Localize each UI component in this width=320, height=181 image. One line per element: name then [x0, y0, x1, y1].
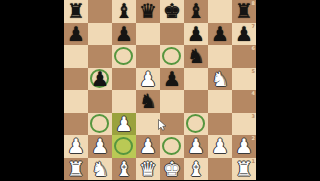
- white-knight-g5[interactable]: ♞: [211, 68, 229, 91]
- white-pawn-d5[interactable]: ♟: [139, 68, 157, 91]
- black-pawn-f7[interactable]: ♟: [187, 23, 205, 46]
- chess-board[interactable]: ♜♝♛♚♝♜8♟♟♟♟♟7♞6♟♟♟♞5♞4♟3♟♟♟♟♟♟2♜♞♝♛♚♝♜1: [64, 0, 256, 180]
- white-pawn-f2[interactable]: ♟: [187, 135, 205, 158]
- square-g1[interactable]: [208, 158, 232, 181]
- square-a1[interactable]: ♜: [64, 158, 88, 181]
- square-e1[interactable]: ♚: [160, 158, 184, 181]
- square-h7[interactable]: ♟7: [232, 23, 256, 46]
- square-b1[interactable]: ♞: [88, 158, 112, 181]
- move-ring-f3: [186, 114, 205, 133]
- black-pawn-c7[interactable]: ♟: [115, 23, 133, 46]
- rank-label-4: 4: [252, 90, 255, 96]
- white-pawn-c3[interactable]: ♟: [115, 113, 133, 136]
- move-ring-c2: [114, 137, 133, 156]
- square-b8[interactable]: [88, 0, 112, 23]
- move-ring-e2: [162, 137, 181, 156]
- square-d2[interactable]: ♟: [136, 135, 160, 158]
- black-knight-f6[interactable]: ♞: [187, 45, 205, 68]
- square-d5[interactable]: ♟: [136, 68, 160, 91]
- white-king-e1[interactable]: ♚: [163, 158, 181, 181]
- square-h5[interactable]: 5: [232, 68, 256, 91]
- square-e8[interactable]: ♚: [160, 0, 184, 23]
- square-c6[interactable]: [112, 45, 136, 68]
- square-f1[interactable]: ♝: [184, 158, 208, 181]
- white-pawn-h2[interactable]: ♟: [235, 135, 253, 158]
- square-g6[interactable]: [208, 45, 232, 68]
- black-pawn-b5[interactable]: ♟: [91, 68, 109, 91]
- white-pawn-b2[interactable]: ♟: [91, 135, 109, 158]
- white-rook-a1[interactable]: ♜: [67, 158, 85, 181]
- black-pawn-g7[interactable]: ♟: [211, 23, 229, 46]
- square-c4[interactable]: [112, 90, 136, 113]
- rank-label-7: 7: [252, 23, 255, 29]
- square-g4[interactable]: [208, 90, 232, 113]
- square-d8[interactable]: ♛: [136, 0, 160, 23]
- square-d3[interactable]: [136, 113, 160, 136]
- move-ring-c6: [114, 47, 133, 66]
- square-c5[interactable]: [112, 68, 136, 91]
- black-bishop-c8[interactable]: ♝: [115, 0, 133, 23]
- square-d6[interactable]: [136, 45, 160, 68]
- black-queen-d8[interactable]: ♛: [139, 0, 157, 23]
- square-b3[interactable]: [88, 113, 112, 136]
- square-g3[interactable]: [208, 113, 232, 136]
- square-h2[interactable]: ♟2: [232, 135, 256, 158]
- white-pawn-g2[interactable]: ♟: [211, 135, 229, 158]
- white-queen-d1[interactable]: ♛: [139, 158, 157, 181]
- rank-label-1: 1: [252, 158, 255, 164]
- black-pawn-e5[interactable]: ♟: [163, 68, 181, 91]
- rank-label-5: 5: [252, 68, 255, 74]
- white-bishop-f1[interactable]: ♝: [187, 158, 205, 181]
- rank-label-6: 6: [252, 45, 255, 51]
- square-h4[interactable]: 4: [232, 90, 256, 113]
- app-stage: ♜♝♛♚♝♜8♟♟♟♟♟7♞6♟♟♟♞5♞4♟3♟♟♟♟♟♟2♜♞♝♛♚♝♜1: [0, 0, 320, 180]
- square-f8[interactable]: ♝: [184, 0, 208, 23]
- square-h8[interactable]: ♜8: [232, 0, 256, 23]
- white-pawn-d2[interactable]: ♟: [139, 135, 157, 158]
- square-d4[interactable]: ♞: [136, 90, 160, 113]
- black-pawn-h7[interactable]: ♟: [235, 23, 253, 46]
- square-a4[interactable]: [64, 90, 88, 113]
- square-e2[interactable]: [160, 135, 184, 158]
- square-g7[interactable]: ♟: [208, 23, 232, 46]
- square-f3[interactable]: [184, 113, 208, 136]
- square-b2[interactable]: ♟: [88, 135, 112, 158]
- square-a7[interactable]: ♟: [64, 23, 88, 46]
- square-g5[interactable]: ♞: [208, 68, 232, 91]
- white-knight-b1[interactable]: ♞: [91, 158, 109, 181]
- square-h3[interactable]: 3: [232, 113, 256, 136]
- move-ring-b3: [90, 114, 109, 133]
- square-f4[interactable]: [184, 90, 208, 113]
- square-c1[interactable]: ♝: [112, 158, 136, 181]
- square-d7[interactable]: [136, 23, 160, 46]
- square-f5[interactable]: [184, 68, 208, 91]
- square-d1[interactable]: ♛: [136, 158, 160, 181]
- white-rook-h1[interactable]: ♜: [235, 158, 253, 181]
- square-b6[interactable]: [88, 45, 112, 68]
- square-e7[interactable]: [160, 23, 184, 46]
- black-bishop-f8[interactable]: ♝: [187, 0, 205, 23]
- square-f7[interactable]: ♟: [184, 23, 208, 46]
- black-rook-a8[interactable]: ♜: [67, 0, 85, 23]
- square-h1[interactable]: ♜1: [232, 158, 256, 181]
- black-knight-d4[interactable]: ♞: [139, 90, 157, 113]
- black-king-e8[interactable]: ♚: [163, 0, 181, 23]
- rank-label-3: 3: [252, 113, 255, 119]
- square-a3[interactable]: [64, 113, 88, 136]
- rank-label-8: 8: [252, 0, 255, 6]
- rank-label-2: 2: [252, 135, 255, 141]
- square-f2[interactable]: ♟: [184, 135, 208, 158]
- square-h6[interactable]: 6: [232, 45, 256, 68]
- white-pawn-a2[interactable]: ♟: [67, 135, 85, 158]
- square-c3[interactable]: ♟: [112, 113, 136, 136]
- square-a8[interactable]: ♜: [64, 0, 88, 23]
- square-a5[interactable]: [64, 68, 88, 91]
- square-b7[interactable]: [88, 23, 112, 46]
- square-b4[interactable]: [88, 90, 112, 113]
- square-f6[interactable]: ♞: [184, 45, 208, 68]
- black-rook-h8[interactable]: ♜: [235, 0, 253, 23]
- square-c7[interactable]: ♟: [112, 23, 136, 46]
- square-a6[interactable]: [64, 45, 88, 68]
- square-e6[interactable]: [160, 45, 184, 68]
- black-pawn-a7[interactable]: ♟: [67, 23, 85, 46]
- mouse-cursor-icon: [158, 116, 167, 135]
- square-c2[interactable]: [112, 135, 136, 158]
- square-e4[interactable]: [160, 90, 184, 113]
- white-bishop-c1[interactable]: ♝: [115, 158, 133, 181]
- square-e5[interactable]: ♟: [160, 68, 184, 91]
- square-b5[interactable]: ♟: [88, 68, 112, 91]
- square-g2[interactable]: ♟: [208, 135, 232, 158]
- square-g8[interactable]: [208, 0, 232, 23]
- move-ring-e6: [162, 47, 181, 66]
- square-a2[interactable]: ♟: [64, 135, 88, 158]
- square-c8[interactable]: ♝: [112, 0, 136, 23]
